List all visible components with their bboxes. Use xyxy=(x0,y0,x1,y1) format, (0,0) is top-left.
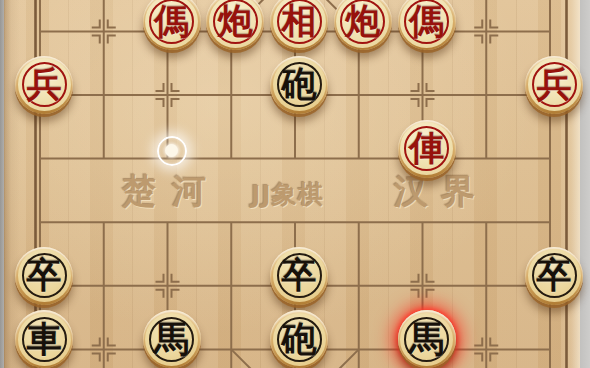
piece-black-cannon[interactable]: 砲 xyxy=(270,310,328,368)
piece-face: 卒 xyxy=(18,249,71,302)
piece-face: 傌 xyxy=(145,0,198,48)
piece-character: 馬 xyxy=(409,322,444,357)
move-indicator-dot xyxy=(157,136,187,166)
piece-character: 兵 xyxy=(537,67,572,102)
piece-face: 俥 xyxy=(400,122,453,175)
piece-red-cannon[interactable]: 炮 xyxy=(206,0,264,50)
piece-face: 傌 xyxy=(400,0,453,48)
piece-character: 炮 xyxy=(218,4,253,39)
piece-character: 俥 xyxy=(409,131,444,166)
piece-black-chariot[interactable]: 車 xyxy=(15,310,73,368)
pieces-grid: 傌炮相炮傌兵砲兵俥卒卒卒車馬砲馬 xyxy=(12,0,586,368)
move-indicator-dot-core xyxy=(165,144,178,157)
piece-black-soldier[interactable]: 卒 xyxy=(15,247,73,305)
piece-red-elephant[interactable]: 相 xyxy=(270,0,328,50)
piece-character: 兵 xyxy=(27,67,62,102)
piece-red-cannon[interactable]: 炮 xyxy=(334,0,392,50)
piece-character: 炮 xyxy=(345,4,380,39)
piece-face: 車 xyxy=(18,313,71,366)
piece-black-horse[interactable]: 馬 xyxy=(398,310,456,368)
piece-character: 砲 xyxy=(282,322,317,357)
piece-black-horse[interactable]: 馬 xyxy=(143,310,201,368)
piece-red-horse[interactable]: 傌 xyxy=(143,0,201,50)
piece-face: 砲 xyxy=(273,313,326,366)
piece-character: 卒 xyxy=(282,258,317,293)
piece-character: 車 xyxy=(27,322,62,357)
piece-face: 炮 xyxy=(209,0,262,48)
piece-character: 相 xyxy=(282,4,317,39)
piece-face: 馬 xyxy=(145,313,198,366)
piece-character: 傌 xyxy=(154,4,189,39)
piece-face: 卒 xyxy=(528,249,581,302)
piece-black-soldier[interactable]: 卒 xyxy=(270,247,328,305)
piece-face: 砲 xyxy=(273,58,326,111)
piece-face: 炮 xyxy=(336,0,389,48)
piece-character: 卒 xyxy=(27,258,62,293)
piece-character: 馬 xyxy=(154,322,189,357)
piece-red-soldier[interactable]: 兵 xyxy=(525,56,583,114)
xiangqi-app-viewport: 楚河 JJ象棋 汉界 傌炮相炮傌兵砲兵俥卒卒卒車馬砲馬 xyxy=(0,0,590,368)
piece-red-horse[interactable]: 傌 xyxy=(398,0,456,50)
piece-character: 砲 xyxy=(282,67,317,102)
piece-black-cannon[interactable]: 砲 xyxy=(270,56,328,114)
piece-face: 卒 xyxy=(273,249,326,302)
piece-face: 兵 xyxy=(528,58,581,111)
piece-red-chariot[interactable]: 俥 xyxy=(398,120,456,178)
piece-face: 相 xyxy=(273,0,326,48)
piece-black-soldier[interactable]: 卒 xyxy=(525,247,583,305)
piece-character: 傌 xyxy=(409,4,444,39)
xiangqi-board[interactable]: 楚河 JJ象棋 汉界 傌炮相炮傌兵砲兵俥卒卒卒車馬砲馬 xyxy=(4,0,580,368)
piece-red-soldier[interactable]: 兵 xyxy=(15,56,73,114)
piece-face: 兵 xyxy=(18,58,71,111)
piece-character: 卒 xyxy=(537,258,572,293)
piece-face: 馬 xyxy=(400,313,453,366)
